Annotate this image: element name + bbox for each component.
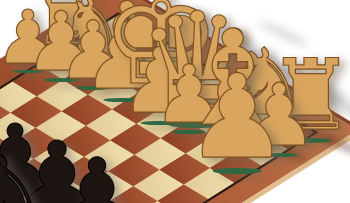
chess-set-photo: ♜♞♟♝♟♟♟♚♟♞♛♟♝♜♟♟♟♞♟♟: [0, 0, 350, 203]
black-knight-a[interactable]: ♞: [0, 142, 54, 203]
white-pawn-8[interactable]: ♟: [185, 59, 289, 175]
black-pawn-3[interactable]: ♟: [48, 144, 147, 203]
